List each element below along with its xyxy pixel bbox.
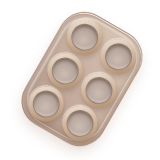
cup-bowl <box>66 19 103 56</box>
cup-bowl <box>81 72 118 109</box>
cup-bowl <box>100 38 137 75</box>
cup-bowl <box>62 105 99 142</box>
cup-bowl <box>28 86 65 123</box>
muffin-pan <box>12 2 153 156</box>
cup-bowl <box>47 52 84 89</box>
product-photo <box>0 0 160 160</box>
cup-grid <box>75 3 151 47</box>
